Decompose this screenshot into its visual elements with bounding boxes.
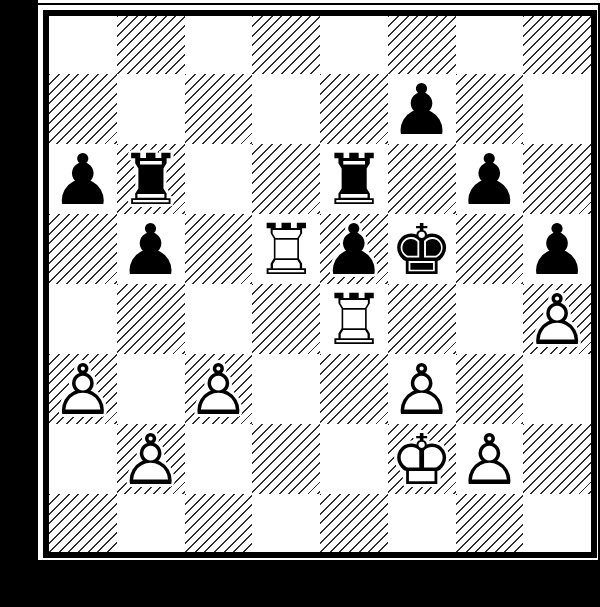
white-pawn-f3: ♟♙ <box>388 355 456 425</box>
square-g1 <box>456 494 524 552</box>
square-g8 <box>456 16 524 74</box>
square-f3: ♟♙ <box>388 354 456 424</box>
square-b7 <box>117 74 185 144</box>
square-e3 <box>320 354 388 424</box>
chess-board: ♟♟♜♜♟♟♜♖♟♚♟♜♖♟♙♟♙♟♙♟♙♟♙♚♔♟♙ <box>43 10 597 558</box>
square-d1 <box>252 494 320 552</box>
square-c6 <box>185 144 253 214</box>
square-h8 <box>523 16 591 74</box>
white-pawn-h4: ♟♙ <box>523 285 591 355</box>
square-g4 <box>456 284 524 354</box>
square-h4: ♟♙ <box>523 284 591 354</box>
square-h7 <box>523 74 591 144</box>
square-e8 <box>320 16 388 74</box>
square-f2: ♚♔ <box>388 424 456 494</box>
black-pawn-b5: ♟ <box>117 215 185 285</box>
square-g7 <box>456 74 524 144</box>
square-b4 <box>117 284 185 354</box>
square-d6 <box>252 144 320 214</box>
square-d3 <box>252 354 320 424</box>
square-e2 <box>320 424 388 494</box>
black-king-f5: ♚ <box>388 215 456 285</box>
black-pawn-e5: ♟ <box>320 215 388 285</box>
white-pawn-a3: ♟♙ <box>49 355 117 425</box>
square-a2 <box>49 424 117 494</box>
square-a1 <box>49 494 117 552</box>
square-f7: ♟ <box>388 74 456 144</box>
white-rook-e4: ♜♖ <box>320 285 388 355</box>
square-c4 <box>185 284 253 354</box>
square-e1 <box>320 494 388 552</box>
black-pawn-f7: ♟ <box>388 75 456 145</box>
square-b2: ♟♙ <box>117 424 185 494</box>
square-e4: ♜♖ <box>320 284 388 354</box>
black-pawn-h5: ♟ <box>523 215 591 285</box>
square-g3 <box>456 354 524 424</box>
square-g6: ♟ <box>456 144 524 214</box>
square-c5 <box>185 214 253 284</box>
square-b3 <box>117 354 185 424</box>
square-c2 <box>185 424 253 494</box>
square-c7 <box>185 74 253 144</box>
square-d5: ♜♖ <box>252 214 320 284</box>
black-pawn-a6: ♟ <box>49 145 117 215</box>
black-rook-b6: ♜ <box>117 145 185 215</box>
square-e6: ♜ <box>320 144 388 214</box>
square-a4 <box>49 284 117 354</box>
white-pawn-b2: ♟♙ <box>117 425 185 495</box>
square-c8 <box>185 16 253 74</box>
square-g2: ♟♙ <box>456 424 524 494</box>
square-c1 <box>185 494 253 552</box>
black-pawn-g6: ♟ <box>456 145 524 215</box>
square-h5: ♟ <box>523 214 591 284</box>
square-a6: ♟ <box>49 144 117 214</box>
square-h2 <box>523 424 591 494</box>
square-g5 <box>456 214 524 284</box>
square-d7 <box>252 74 320 144</box>
book-page-diagram: ♟♟♜♜♟♟♜♖♟♚♟♜♖♟♙♟♙♟♙♟♙♟♙♚♔♟♙ <box>38 0 600 560</box>
white-rook-d5: ♜♖ <box>252 215 320 285</box>
square-a7 <box>49 74 117 144</box>
square-d2 <box>252 424 320 494</box>
square-b6: ♜ <box>117 144 185 214</box>
square-b8 <box>117 16 185 74</box>
square-f5: ♚ <box>388 214 456 284</box>
square-d8 <box>252 16 320 74</box>
board-grid: ♟♟♜♜♟♟♜♖♟♚♟♜♖♟♙♟♙♟♙♟♙♟♙♚♔♟♙ <box>49 16 591 552</box>
square-c3: ♟♙ <box>185 354 253 424</box>
square-a3: ♟♙ <box>49 354 117 424</box>
square-b1 <box>117 494 185 552</box>
black-rook-e6: ♜ <box>320 145 388 215</box>
square-f8 <box>388 16 456 74</box>
square-h6 <box>523 144 591 214</box>
white-pawn-g2: ♟♙ <box>456 425 524 495</box>
square-a5 <box>49 214 117 284</box>
square-h1 <box>523 494 591 552</box>
square-a8 <box>49 16 117 74</box>
square-f4 <box>388 284 456 354</box>
square-e7 <box>320 74 388 144</box>
square-h3 <box>523 354 591 424</box>
white-king-f2: ♚♔ <box>388 425 456 495</box>
square-e5: ♟ <box>320 214 388 284</box>
square-b5: ♟ <box>117 214 185 284</box>
square-f6 <box>388 144 456 214</box>
white-pawn-c3: ♟♙ <box>185 355 253 425</box>
square-f1 <box>388 494 456 552</box>
square-d4 <box>252 284 320 354</box>
